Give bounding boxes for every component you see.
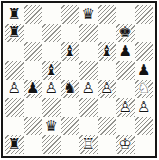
square-e4: ♟♙ — [79, 80, 98, 99]
black-bishop-icon: ♝ — [63, 44, 76, 59]
black-rook-icon: ♜ — [8, 25, 21, 40]
black-rook-icon: ♜ — [8, 137, 21, 152]
white-pawn-g3: ♟♙ — [116, 98, 135, 117]
black-pawn-icon: ♟ — [119, 44, 132, 59]
square-a2 — [5, 117, 24, 136]
square-h5: ♟♟ — [135, 61, 154, 80]
square-a8: ♜♜ — [5, 5, 24, 24]
square-f4: ♟♙ — [98, 80, 117, 99]
black-pawn-b4: ♟♟ — [24, 80, 43, 99]
diagram-frame: ♜♜♛♛♜♜♚♚♝♝♝♝♟♟♝♝♟♟♟♙♟♟♟♙♞♞♟♙♟♙♞♘♟♙♟♙♛♛♜♜… — [1, 1, 157, 158]
white-pawn-c4: ♟♙ — [42, 80, 61, 99]
square-b8 — [24, 5, 43, 24]
white-pawn-icon: ♙ — [82, 81, 95, 96]
square-f8 — [98, 5, 117, 24]
square-c2: ♛♛ — [42, 117, 61, 136]
square-b2 — [24, 117, 43, 136]
square-d8 — [61, 5, 80, 24]
square-b6 — [24, 42, 43, 61]
chess-board: ♜♜♛♛♜♜♚♚♝♝♝♝♟♟♝♝♟♟♟♙♟♟♟♙♞♞♟♙♟♙♞♘♟♙♟♙♛♛♜♜… — [5, 5, 153, 154]
black-pawn-icon: ♟ — [26, 81, 39, 96]
square-e3 — [79, 98, 98, 117]
square-c3 — [42, 98, 61, 117]
black-bishop-c5: ♝♝ — [42, 61, 61, 80]
square-f5 — [98, 61, 117, 80]
square-c1 — [42, 135, 61, 154]
white-knight-h4: ♞♘ — [135, 80, 154, 99]
black-king-g7: ♚♚ — [116, 24, 135, 43]
white-pawn-icon: ♙ — [45, 81, 58, 96]
black-queen-c2: ♛♛ — [42, 117, 61, 136]
white-pawn-a4: ♟♙ — [5, 80, 24, 99]
square-b5 — [24, 61, 43, 80]
square-h7 — [135, 24, 154, 43]
square-f1 — [98, 135, 117, 154]
black-queen-e8: ♛♛ — [79, 5, 98, 24]
white-rook-e1: ♜♖ — [79, 135, 98, 154]
black-rook-a8: ♜♜ — [5, 5, 24, 24]
square-g2 — [116, 117, 135, 136]
black-king-icon: ♚ — [119, 25, 132, 40]
square-g5 — [116, 61, 135, 80]
white-knight-icon: ♘ — [137, 81, 150, 96]
square-c7 — [42, 24, 61, 43]
square-e5 — [79, 61, 98, 80]
black-rook-a1: ♜♜ — [5, 135, 24, 154]
square-f6: ♝♝ — [98, 42, 117, 61]
square-c8 — [42, 5, 61, 24]
square-a6 — [5, 42, 24, 61]
square-g4 — [116, 80, 135, 99]
white-king-g1: ♚♔ — [116, 135, 135, 154]
square-g7: ♚♚ — [116, 24, 135, 43]
black-bishop-icon: ♝ — [100, 44, 113, 59]
square-e6 — [79, 42, 98, 61]
black-pawn-h5: ♟♟ — [135, 61, 154, 80]
black-queen-icon: ♛ — [45, 119, 58, 134]
square-d5 — [61, 61, 80, 80]
square-h4: ♞♘ — [135, 80, 154, 99]
square-h8 — [135, 5, 154, 24]
black-bishop-icon: ♝ — [45, 63, 58, 78]
white-pawn-h3: ♟♙ — [135, 98, 154, 117]
square-a1: ♜♜ — [5, 135, 24, 154]
square-g6: ♟♟ — [116, 42, 135, 61]
square-h2 — [135, 117, 154, 136]
black-queen-icon: ♛ — [82, 7, 95, 22]
square-f2 — [98, 117, 117, 136]
square-a4: ♟♙ — [5, 80, 24, 99]
white-pawn-f4: ♟♙ — [98, 80, 117, 99]
white-pawn-icon: ♙ — [8, 81, 21, 96]
square-c5: ♝♝ — [42, 61, 61, 80]
white-rook-icon: ♖ — [82, 137, 95, 152]
square-c6 — [42, 42, 61, 61]
chess-diagram-page: ♜♜♛♛♜♜♚♚♝♝♝♝♟♟♝♝♟♟♟♙♟♟♟♙♞♞♟♙♟♙♞♘♟♙♟♙♛♛♜♜… — [0, 0, 159, 160]
square-g8 — [116, 5, 135, 24]
black-knight-d4: ♞♞ — [61, 80, 80, 99]
black-rook-icon: ♜ — [8, 7, 21, 22]
square-d3 — [61, 98, 80, 117]
square-e1: ♜♖ — [79, 135, 98, 154]
black-pawn-g6: ♟♟ — [116, 42, 135, 61]
square-e2 — [79, 117, 98, 136]
black-rook-a7: ♜♜ — [5, 24, 24, 43]
square-c4: ♟♙ — [42, 80, 61, 99]
square-f3 — [98, 98, 117, 117]
square-d6: ♝♝ — [61, 42, 80, 61]
square-b1 — [24, 135, 43, 154]
square-h1 — [135, 135, 154, 154]
square-b7 — [24, 24, 43, 43]
square-g3: ♟♙ — [116, 98, 135, 117]
black-bishop-f6: ♝♝ — [98, 42, 117, 61]
white-king-icon: ♔ — [119, 137, 132, 152]
square-a5 — [5, 61, 24, 80]
square-d7 — [61, 24, 80, 43]
square-b3 — [24, 98, 43, 117]
square-b4: ♟♟ — [24, 80, 43, 99]
square-a7: ♜♜ — [5, 24, 24, 43]
square-h6 — [135, 42, 154, 61]
square-d2 — [61, 117, 80, 136]
square-a3 — [5, 98, 24, 117]
white-pawn-icon: ♙ — [137, 100, 150, 115]
white-pawn-e4: ♟♙ — [79, 80, 98, 99]
black-pawn-icon: ♟ — [137, 63, 150, 78]
black-knight-icon: ♞ — [63, 81, 76, 96]
square-e7 — [79, 24, 98, 43]
square-d4: ♞♞ — [61, 80, 80, 99]
square-g1: ♚♔ — [116, 135, 135, 154]
white-pawn-icon: ♙ — [119, 100, 132, 115]
square-e8: ♛♛ — [79, 5, 98, 24]
square-h3: ♟♙ — [135, 98, 154, 117]
square-f7 — [98, 24, 117, 43]
black-bishop-d6: ♝♝ — [61, 42, 80, 61]
square-d1 — [61, 135, 80, 154]
white-pawn-icon: ♙ — [100, 81, 113, 96]
